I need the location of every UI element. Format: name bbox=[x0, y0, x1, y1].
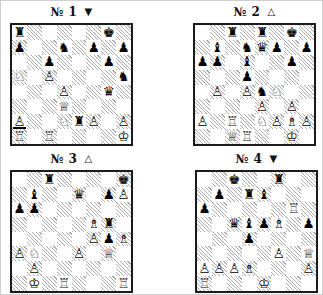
square-d7 bbox=[57, 187, 72, 202]
square-c5 bbox=[42, 217, 57, 232]
piece-black-rook: ♜ bbox=[226, 26, 238, 40]
square-e2: ♜ bbox=[72, 114, 87, 129]
square-h2: ♟♙ bbox=[301, 261, 316, 276]
square-e8 bbox=[257, 172, 272, 187]
square-e3 bbox=[257, 246, 272, 261]
square-c2: ♜♖ bbox=[225, 114, 240, 129]
square-d8 bbox=[57, 172, 72, 187]
square-c4 bbox=[42, 232, 57, 247]
piece-black-pawn: ♟ bbox=[243, 232, 255, 246]
square-c6 bbox=[225, 55, 240, 70]
square-f8 bbox=[86, 25, 101, 40]
square-b8 bbox=[27, 172, 42, 187]
piece-black-rook: ♜ bbox=[243, 188, 255, 202]
square-g8 bbox=[286, 172, 301, 187]
square-h7 bbox=[301, 187, 316, 202]
square-g6: ♟ bbox=[284, 55, 299, 70]
square-c8: ♜ bbox=[225, 25, 240, 40]
square-d2: ♞♘ bbox=[57, 114, 72, 129]
diagram-4-label: № 4▼ bbox=[195, 152, 318, 166]
square-b1: ♚♔ bbox=[27, 276, 42, 291]
chess-board-2: ♜♜♚♝♞♛♟♟♟♟♝♟♟♟♙♟♙♞♞♘♟♙♟♙♟♙♜♖♞♘♟♙♝♗♟♙♛♕♜♖… bbox=[193, 23, 316, 146]
square-f7: ♟ bbox=[269, 40, 284, 55]
piece-black-pawn: ♟ bbox=[301, 41, 313, 55]
square-b4 bbox=[27, 85, 42, 100]
square-f3: ♟♙ bbox=[271, 246, 286, 261]
chess-board-1: ♜♚♟♞♟♟♟♟♞♘♟♙♞♟♙♛♛♕♟♙♞♘♜♟♙♟♙♜♖♜♖♚♔ bbox=[10, 23, 133, 146]
piece-black-knight: ♞ bbox=[256, 85, 268, 99]
square-e5 bbox=[72, 217, 87, 232]
square-h8 bbox=[116, 25, 131, 40]
piece-black-pawn: ♟ bbox=[213, 188, 225, 202]
piece-black-pawn: ♟ bbox=[258, 217, 270, 231]
piece-black-king: ♚ bbox=[118, 173, 130, 187]
square-d6 bbox=[57, 55, 72, 70]
piece-white-pawn: ♟♙ bbox=[118, 115, 130, 129]
square-d7: ♜ bbox=[242, 187, 257, 202]
piece-black-pawn: ♟ bbox=[13, 202, 25, 216]
square-g3: ♛♕ bbox=[101, 246, 116, 261]
square-a2: ♟♙ bbox=[12, 114, 27, 129]
square-e8: ♜ bbox=[255, 25, 270, 40]
square-e1 bbox=[72, 276, 87, 291]
square-a2: ♟♙ bbox=[195, 114, 210, 129]
piece-black-bishop: ♝ bbox=[241, 55, 253, 69]
square-b8 bbox=[27, 25, 42, 40]
square-g8 bbox=[101, 172, 116, 187]
square-d3 bbox=[240, 99, 255, 114]
square-f6 bbox=[86, 55, 101, 70]
square-e4 bbox=[257, 232, 272, 247]
piece-black-pawn: ♟ bbox=[118, 41, 130, 55]
piece-black-knight: ♞ bbox=[118, 70, 130, 84]
square-g3 bbox=[286, 246, 301, 261]
piece-white-rook: ♜♖ bbox=[58, 277, 70, 291]
piece-white-rook: ♜♖ bbox=[118, 277, 130, 291]
piece-black-pawn: ♟ bbox=[13, 41, 25, 55]
piece-white-pawn: ♟♙ bbox=[28, 262, 40, 276]
square-f4 bbox=[86, 85, 101, 100]
square-h1 bbox=[301, 276, 316, 291]
piece-white-knight: ♞♘ bbox=[256, 115, 268, 129]
piece-white-pawn: ♟♙ bbox=[256, 100, 268, 114]
square-f5: ♝♗ bbox=[271, 217, 286, 232]
piece-black-knight: ♞ bbox=[58, 41, 70, 55]
square-g5 bbox=[284, 70, 299, 85]
piece-black-rook: ♜ bbox=[256, 26, 268, 40]
square-h5: ♞ bbox=[116, 70, 131, 85]
piece-black-bishop: ♝ bbox=[243, 217, 255, 231]
square-c7 bbox=[225, 40, 240, 55]
square-c3 bbox=[42, 246, 57, 261]
square-c8 bbox=[42, 25, 57, 40]
square-c8: ♜ bbox=[42, 172, 57, 187]
piece-white-king: ♚♔ bbox=[286, 130, 298, 144]
square-c4 bbox=[42, 85, 57, 100]
square-a3: ♟♙ bbox=[12, 246, 27, 261]
piece-white-pawn: ♟♙ bbox=[58, 85, 70, 99]
piece-white-bishop: ♝♗ bbox=[118, 232, 130, 246]
piece-white-pawn: ♟♙ bbox=[88, 232, 100, 246]
square-e6 bbox=[72, 55, 87, 70]
square-e8 bbox=[72, 25, 87, 40]
piece-white-king: ♚♔ bbox=[258, 277, 270, 291]
square-g2: ♝♗ bbox=[284, 114, 299, 129]
square-b4 bbox=[212, 232, 227, 247]
square-c1: ♛♕ bbox=[225, 129, 240, 144]
square-a2: ♟♙ bbox=[197, 261, 212, 276]
square-c8: ♚ bbox=[227, 172, 242, 187]
piece-black-rook: ♜ bbox=[273, 173, 285, 187]
square-f4: ♞♘ bbox=[269, 85, 284, 100]
square-c4 bbox=[225, 85, 240, 100]
square-g7: ♟ bbox=[101, 187, 116, 202]
piece-black-king: ♚ bbox=[228, 173, 240, 187]
square-d2: ♝♗ bbox=[242, 261, 257, 276]
square-h5 bbox=[299, 70, 314, 85]
piece-black-pawn: ♟ bbox=[28, 202, 40, 216]
square-d1: ♜♖ bbox=[240, 129, 255, 144]
puzzle-sheet: № 1▼ ♜♚♟♞♟♟♟♟♞♘♟♙♞♟♙♛♛♕♟♙♞♘♜♟♙♟♙♜♖♜♖♚♔ №… bbox=[0, 0, 323, 295]
square-g4 bbox=[286, 232, 301, 247]
square-c6 bbox=[42, 202, 57, 217]
piece-white-rook: ♜♖ bbox=[288, 202, 300, 216]
square-b6: ♟ bbox=[27, 202, 42, 217]
piece-white-king: ♚♔ bbox=[28, 277, 40, 291]
square-b7 bbox=[27, 40, 42, 55]
square-a2 bbox=[12, 261, 27, 276]
square-c1 bbox=[42, 276, 57, 291]
square-a5 bbox=[195, 70, 210, 85]
square-c2 bbox=[42, 114, 57, 129]
chess-board-4: ♚♜♟♜♝♟♜♖♛♝♟♝♗♟♟♟♙♛♕♟♙♟♙♟♙♝♗♟♙♜♖♚♔ bbox=[195, 170, 318, 293]
piece-black-pawn: ♟ bbox=[103, 55, 115, 69]
square-h5: ♟ bbox=[301, 217, 316, 232]
square-h7: ♟♙ bbox=[116, 187, 131, 202]
square-e7 bbox=[72, 40, 87, 55]
black-to-move-icon: ▼ bbox=[84, 6, 92, 17]
diagram-3-label: № 3△ bbox=[10, 152, 133, 166]
black-to-move-icon: ▼ bbox=[269, 153, 277, 164]
square-e1 bbox=[72, 129, 87, 144]
square-a8 bbox=[197, 172, 212, 187]
piece-white-knight: ♞♘ bbox=[28, 247, 40, 261]
square-f2 bbox=[86, 261, 101, 276]
square-e8 bbox=[72, 172, 87, 187]
square-c7 bbox=[42, 187, 57, 202]
square-c1 bbox=[227, 276, 242, 291]
square-f8 bbox=[86, 172, 101, 187]
square-h8 bbox=[301, 172, 316, 187]
square-h4 bbox=[116, 85, 131, 100]
square-h1: ♜♖ bbox=[116, 276, 131, 291]
square-b1 bbox=[210, 129, 225, 144]
piece-white-pawn: ♟♙ bbox=[273, 247, 285, 261]
square-f4: ♟♙ bbox=[86, 232, 101, 247]
square-f1 bbox=[86, 276, 101, 291]
piece-white-pawn: ♟♙ bbox=[211, 85, 223, 99]
square-d5 bbox=[57, 217, 72, 232]
piece-white-bishop: ♝♗ bbox=[243, 262, 255, 276]
piece-white-knight: ♞♘ bbox=[271, 85, 283, 99]
square-d1 bbox=[57, 129, 72, 144]
piece-white-pawn: ♟♙ bbox=[228, 262, 240, 276]
square-d1: ♜♖ bbox=[57, 276, 72, 291]
square-e7: ♛ bbox=[255, 40, 270, 55]
square-a1 bbox=[195, 129, 210, 144]
piece-white-pawn: ♟♙ bbox=[301, 115, 313, 129]
piece-black-rook: ♜ bbox=[73, 115, 85, 129]
square-h2: ♟♙ bbox=[116, 114, 131, 129]
square-c5: ♟♙ bbox=[42, 70, 57, 85]
square-d8 bbox=[242, 172, 257, 187]
square-f7 bbox=[86, 187, 101, 202]
square-f8: ♜ bbox=[271, 172, 286, 187]
square-a1 bbox=[12, 276, 27, 291]
square-e3: ♟♙ bbox=[72, 246, 87, 261]
square-g2 bbox=[286, 261, 301, 276]
square-f7 bbox=[271, 187, 286, 202]
square-g5 bbox=[286, 217, 301, 232]
piece-white-pawn: ♟♙ bbox=[213, 262, 225, 276]
piece-black-queen: ♛ bbox=[228, 217, 240, 231]
square-g1 bbox=[101, 276, 116, 291]
square-d8 bbox=[240, 25, 255, 40]
square-g1 bbox=[286, 276, 301, 291]
piece-white-queen: ♛♕ bbox=[103, 247, 115, 261]
piece-white-queen: ♛♕ bbox=[303, 247, 315, 261]
piece-white-rook: ♜♖ bbox=[13, 130, 25, 144]
piece-black-rook: ♜ bbox=[103, 217, 115, 231]
square-a1: ♜♖ bbox=[197, 276, 212, 291]
square-e2 bbox=[257, 261, 272, 276]
square-f5 bbox=[86, 70, 101, 85]
square-e7: ♛ bbox=[72, 187, 87, 202]
piece-black-queen: ♛ bbox=[103, 85, 115, 99]
square-g1: ♚♔ bbox=[284, 129, 299, 144]
piece-white-pawn: ♟♙ bbox=[196, 115, 208, 129]
square-e5 bbox=[72, 70, 87, 85]
piece-white-pawn: ♟♙ bbox=[73, 247, 85, 261]
square-a5: ♞♘ bbox=[12, 70, 27, 85]
square-a6: ♟ bbox=[195, 55, 210, 70]
square-f1 bbox=[86, 129, 101, 144]
square-h7: ♟ bbox=[299, 40, 314, 55]
square-b2 bbox=[210, 114, 225, 129]
square-f8 bbox=[269, 25, 284, 40]
square-a8 bbox=[195, 25, 210, 40]
square-b5 bbox=[27, 217, 42, 232]
square-g1 bbox=[101, 129, 116, 144]
square-f2 bbox=[271, 261, 286, 276]
piece-white-pawn: ♟♙ bbox=[241, 85, 253, 99]
piece-black-pawn: ♟ bbox=[103, 232, 115, 246]
square-g8: ♚ bbox=[284, 25, 299, 40]
square-b2 bbox=[27, 114, 42, 129]
square-f1 bbox=[271, 276, 286, 291]
square-h4: ♝♗ bbox=[116, 232, 131, 247]
square-c7 bbox=[227, 187, 242, 202]
piece-white-knight: ♞♘ bbox=[13, 70, 25, 84]
square-h3 bbox=[116, 246, 131, 261]
square-a8 bbox=[12, 172, 27, 187]
square-f3 bbox=[86, 246, 101, 261]
square-b6: ♟ bbox=[210, 55, 225, 70]
square-e2: ♞♘ bbox=[255, 114, 270, 129]
square-d4: ♟ bbox=[242, 232, 257, 247]
square-e6 bbox=[72, 202, 87, 217]
square-d4 bbox=[57, 232, 72, 247]
diagram-4-number: № 4 bbox=[235, 152, 262, 166]
square-h1: ♚♔ bbox=[116, 129, 131, 144]
piece-black-bishop: ♝ bbox=[258, 188, 270, 202]
piece-white-queen: ♛♕ bbox=[58, 100, 70, 114]
square-g6: ♟ bbox=[101, 55, 116, 70]
square-h7: ♟ bbox=[116, 40, 131, 55]
square-h2 bbox=[116, 261, 131, 276]
square-g4: ♛ bbox=[101, 85, 116, 100]
square-d4: ♟♙ bbox=[240, 85, 255, 100]
square-b4: ♟♙ bbox=[210, 85, 225, 100]
square-e6 bbox=[255, 55, 270, 70]
white-to-move-icon: △ bbox=[84, 153, 92, 164]
piece-white-rook: ♜♖ bbox=[226, 115, 238, 129]
square-b3 bbox=[210, 99, 225, 114]
square-d2 bbox=[57, 261, 72, 276]
square-a4 bbox=[195, 85, 210, 100]
diagram-2-number: № 2 bbox=[233, 5, 260, 19]
square-c5: ♛ bbox=[227, 217, 242, 232]
square-d1 bbox=[242, 276, 257, 291]
piece-white-bishop: ♝♗ bbox=[88, 217, 100, 231]
square-b7: ♟ bbox=[212, 187, 227, 202]
piece-black-queen: ♛ bbox=[73, 188, 85, 202]
piece-black-pawn: ♟ bbox=[43, 55, 55, 69]
piece-black-pawn: ♟ bbox=[88, 41, 100, 55]
piece-black-queen: ♛ bbox=[256, 41, 268, 55]
square-c2 bbox=[42, 261, 57, 276]
square-f1 bbox=[269, 129, 284, 144]
piece-black-pawn: ♟ bbox=[303, 217, 315, 231]
piece-black-king: ♚ bbox=[103, 26, 115, 40]
square-e7: ♝ bbox=[257, 187, 272, 202]
piece-white-pawn: ♟♙ bbox=[303, 262, 315, 276]
piece-white-rook: ♜♖ bbox=[198, 277, 210, 291]
square-b3 bbox=[27, 99, 42, 114]
square-e4 bbox=[72, 85, 87, 100]
square-a5 bbox=[12, 217, 27, 232]
piece-black-rook: ♜ bbox=[13, 26, 25, 40]
square-f2: ♟♙ bbox=[86, 114, 101, 129]
square-h2: ♟♙ bbox=[299, 114, 314, 129]
square-a6: ♟ bbox=[197, 202, 212, 217]
square-d2 bbox=[240, 114, 255, 129]
square-h8: ♚ bbox=[116, 172, 131, 187]
piece-white-pawn: ♟♙ bbox=[88, 115, 100, 129]
square-a7: ♟ bbox=[12, 40, 27, 55]
square-a6: ♟ bbox=[12, 202, 27, 217]
square-f7: ♟ bbox=[86, 40, 101, 55]
square-g8: ♚ bbox=[101, 25, 116, 40]
piece-white-knight: ♞♘ bbox=[58, 115, 70, 129]
piece-black-pawn: ♟ bbox=[241, 70, 253, 84]
square-b8 bbox=[210, 25, 225, 40]
square-d7: ♞ bbox=[57, 40, 72, 55]
square-b6 bbox=[27, 55, 42, 70]
piece-white-pawn: ♟♙ bbox=[43, 70, 55, 84]
square-d8 bbox=[57, 25, 72, 40]
piece-white-pawn: ♟♙ bbox=[198, 262, 210, 276]
square-a1: ♜♖ bbox=[12, 129, 27, 144]
piece-white-pawn: ♟♙ bbox=[13, 247, 25, 261]
square-h4 bbox=[299, 85, 314, 100]
square-c5 bbox=[225, 70, 240, 85]
piece-black-pawn: ♟ bbox=[271, 41, 283, 55]
square-h6 bbox=[299, 55, 314, 70]
chess-board-3: ♜♚♝♛♟♟♙♟♟♝♗♜♟♙♟♝♗♟♙♞♘♟♙♛♕♟♙♚♔♜♖♜♖ bbox=[10, 170, 133, 293]
square-b6 bbox=[212, 202, 227, 217]
piece-white-queen: ♛♕ bbox=[226, 130, 238, 144]
square-e1: ♚♔ bbox=[257, 276, 272, 291]
diagram-2-label: № 2△ bbox=[193, 5, 316, 19]
square-e5: ♟ bbox=[257, 217, 272, 232]
square-a8: ♜ bbox=[12, 25, 27, 40]
square-d6 bbox=[57, 202, 72, 217]
piece-black-pawn: ♟ bbox=[198, 202, 210, 216]
piece-black-pawn: ♟ bbox=[211, 55, 223, 69]
piece-black-pawn: ♟ bbox=[103, 188, 115, 202]
white-to-move-icon: △ bbox=[267, 6, 275, 17]
piece-black-pawn: ♟ bbox=[286, 55, 298, 69]
square-c1: ♜♖ bbox=[42, 129, 57, 144]
square-a4 bbox=[12, 85, 27, 100]
piece-white-king: ♚♔ bbox=[118, 130, 130, 144]
diagram-1-label: № 1▼ bbox=[10, 5, 133, 19]
piece-black-rook: ♜ bbox=[43, 173, 55, 187]
square-b2: ♟♙ bbox=[27, 261, 42, 276]
square-f6 bbox=[269, 55, 284, 70]
square-h8 bbox=[299, 25, 314, 40]
square-b5 bbox=[212, 217, 227, 232]
square-b5 bbox=[27, 70, 42, 85]
square-b8 bbox=[212, 172, 227, 187]
square-c2: ♟♙ bbox=[227, 261, 242, 276]
square-g3 bbox=[101, 99, 116, 114]
square-d3 bbox=[57, 246, 72, 261]
square-h6 bbox=[116, 202, 131, 217]
piece-white-pawn: ♟♙ bbox=[286, 100, 298, 114]
square-e1 bbox=[255, 129, 270, 144]
piece-black-pawn: ♟ bbox=[196, 55, 208, 69]
piece-white-pawn: ♟♙ bbox=[271, 115, 283, 129]
diagram-1-number: № 1 bbox=[50, 5, 77, 19]
square-g2 bbox=[101, 114, 116, 129]
square-g6: ♜♖ bbox=[286, 202, 301, 217]
square-a5 bbox=[197, 217, 212, 232]
square-c4 bbox=[227, 232, 242, 247]
piece-white-bishop: ♝♗ bbox=[286, 115, 298, 129]
square-h1 bbox=[299, 129, 314, 144]
square-f2: ♟♙ bbox=[269, 114, 284, 129]
piece-white-rook: ♜♖ bbox=[43, 130, 55, 144]
diagram-3-number: № 3 bbox=[50, 152, 77, 166]
square-b2: ♟♙ bbox=[212, 261, 227, 276]
piece-white-pawn: ♟♙ bbox=[118, 188, 130, 202]
square-e2 bbox=[72, 261, 87, 276]
square-b1 bbox=[212, 276, 227, 291]
square-g2 bbox=[101, 261, 116, 276]
piece-black-king: ♚ bbox=[286, 26, 298, 40]
